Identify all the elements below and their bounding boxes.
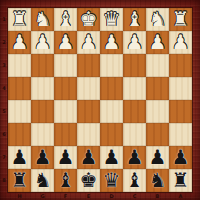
white-bishop: ♝ [126,8,144,31]
square-f2[interactable]: ♟ [54,31,77,54]
square-f4[interactable] [54,77,77,100]
black-knight: ♞ [34,169,52,192]
chess-board-frame: ♜♞♝♚♛♝♞♜♟♟♟♟♟♟♟♟♟♟♟♟♟♟♟♟♜♞♝♚♛♝♞♜ 1234567… [0,0,200,200]
square-g2[interactable]: ♟ [31,31,54,54]
black-pawn: ♟ [126,146,144,169]
white-pawn: ♟ [126,31,144,54]
square-g5[interactable] [31,100,54,123]
square-e7[interactable]: ♟ [77,146,100,169]
file-label-f: F [54,192,77,200]
square-d8[interactable]: ♛ [100,169,123,192]
square-a3[interactable] [169,54,192,77]
square-e6[interactable] [77,123,100,146]
square-c3[interactable] [123,54,146,77]
square-h4[interactable] [8,77,31,100]
square-h2[interactable]: ♟ [8,31,31,54]
black-rook: ♜ [172,169,190,192]
square-e3[interactable] [77,54,100,77]
square-b3[interactable] [146,54,169,77]
square-g3[interactable] [31,54,54,77]
file-label-g: G [31,192,54,200]
white-pawn: ♟ [80,31,98,54]
rank-label-3: 3 [0,54,8,77]
rank-label-7: 7 [0,146,8,169]
square-e4[interactable] [77,77,100,100]
square-b5[interactable] [146,100,169,123]
white-pawn: ♟ [149,31,167,54]
square-c6[interactable] [123,123,146,146]
square-b4[interactable] [146,77,169,100]
square-a5[interactable] [169,100,192,123]
square-c1[interactable]: ♝ [123,8,146,31]
rank-label-2: 2 [0,31,8,54]
square-c2[interactable]: ♟ [123,31,146,54]
black-pawn: ♟ [34,146,52,169]
black-pawn: ♟ [57,146,75,169]
white-knight: ♞ [149,8,167,31]
rank-label-8: 8 [0,169,8,192]
white-pawn: ♟ [11,31,29,54]
square-b2[interactable]: ♟ [146,31,169,54]
square-f3[interactable] [54,54,77,77]
square-f7[interactable]: ♟ [54,146,77,169]
square-e1[interactable]: ♚ [77,8,100,31]
square-f1[interactable]: ♝ [54,8,77,31]
square-b6[interactable] [146,123,169,146]
square-f8[interactable]: ♝ [54,169,77,192]
square-c8[interactable]: ♝ [123,169,146,192]
square-d2[interactable]: ♟ [100,31,123,54]
white-king: ♚ [80,8,98,31]
square-h1[interactable]: ♜ [8,8,31,31]
square-d7[interactable]: ♟ [100,146,123,169]
chess-board: ♜♞♝♚♛♝♞♜♟♟♟♟♟♟♟♟♟♟♟♟♟♟♟♟♜♞♝♚♛♝♞♜ [8,8,192,192]
square-a6[interactable] [169,123,192,146]
square-d6[interactable] [100,123,123,146]
square-c5[interactable] [123,100,146,123]
black-pawn: ♟ [103,146,121,169]
square-g4[interactable] [31,77,54,100]
file-label-e: E [77,192,100,200]
black-rook: ♜ [11,169,29,192]
black-knight: ♞ [149,169,167,192]
square-g8[interactable]: ♞ [31,169,54,192]
file-label-a: A [169,192,192,200]
square-d4[interactable] [100,77,123,100]
square-a2[interactable]: ♟ [169,31,192,54]
square-b1[interactable]: ♞ [146,8,169,31]
square-a7[interactable]: ♟ [169,146,192,169]
square-c7[interactable]: ♟ [123,146,146,169]
black-king: ♚ [80,169,98,192]
white-rook: ♜ [11,8,29,31]
black-queen: ♛ [103,169,121,192]
square-f5[interactable] [54,100,77,123]
black-pawn: ♟ [172,146,190,169]
square-c4[interactable] [123,77,146,100]
square-e5[interactable] [77,100,100,123]
white-pawn: ♟ [172,31,190,54]
square-a1[interactable]: ♜ [169,8,192,31]
file-label-c: C [123,192,146,200]
black-pawn: ♟ [80,146,98,169]
black-pawn: ♟ [11,146,29,169]
black-bishop: ♝ [126,169,144,192]
square-a8[interactable]: ♜ [169,169,192,192]
white-pawn: ♟ [34,31,52,54]
square-g1[interactable]: ♞ [31,8,54,31]
rank-label-5: 5 [0,100,8,123]
file-label-d: D [100,192,123,200]
square-g6[interactable] [31,123,54,146]
square-b7[interactable]: ♟ [146,146,169,169]
white-knight: ♞ [34,8,52,31]
rank-label-4: 4 [0,77,8,100]
square-d1[interactable]: ♛ [100,8,123,31]
white-pawn: ♟ [57,31,75,54]
white-pawn: ♟ [103,31,121,54]
white-rook: ♜ [172,8,190,31]
square-e2[interactable]: ♟ [77,31,100,54]
white-bishop: ♝ [57,8,75,31]
file-label-b: B [146,192,169,200]
square-h8[interactable]: ♜ [8,169,31,192]
square-h3[interactable] [8,54,31,77]
rank-label-6: 6 [0,123,8,146]
square-e8[interactable]: ♚ [77,169,100,192]
square-d5[interactable] [100,100,123,123]
square-d3[interactable] [100,54,123,77]
rank-label-1: 1 [0,8,8,31]
square-h5[interactable] [8,100,31,123]
white-queen: ♛ [103,8,121,31]
square-f6[interactable] [54,123,77,146]
black-bishop: ♝ [57,169,75,192]
square-h6[interactable] [8,123,31,146]
square-a4[interactable] [169,77,192,100]
square-h7[interactable]: ♟ [8,146,31,169]
square-g7[interactable]: ♟ [31,146,54,169]
black-pawn: ♟ [149,146,167,169]
file-label-h: H [8,192,31,200]
square-b8[interactable]: ♞ [146,169,169,192]
